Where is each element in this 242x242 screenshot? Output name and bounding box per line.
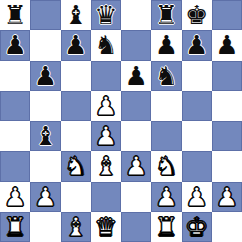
piece-white-bishop[interactable]: ♝: [94, 153, 117, 179]
square-a6[interactable]: [0, 61, 30, 91]
square-a7[interactable]: ♟: [0, 30, 30, 60]
square-h7[interactable]: ♟: [212, 30, 242, 60]
square-g2[interactable]: ♟: [182, 182, 212, 212]
square-f3[interactable]: ♞: [151, 151, 181, 181]
square-f8[interactable]: ♜: [151, 0, 181, 30]
piece-black-pawn[interactable]: ♟: [185, 32, 208, 58]
piece-white-pawn[interactable]: ♟: [34, 184, 57, 210]
square-e6[interactable]: ♟: [121, 61, 151, 91]
piece-white-rook[interactable]: ♜: [155, 214, 178, 240]
square-e2[interactable]: [121, 182, 151, 212]
piece-white-pawn[interactable]: ♟: [94, 123, 117, 149]
square-b5[interactable]: [30, 91, 60, 121]
square-d6[interactable]: [91, 61, 121, 91]
piece-black-pawn[interactable]: ♟: [215, 32, 238, 58]
piece-black-pawn[interactable]: ♟: [124, 63, 147, 89]
square-a8[interactable]: ♜: [0, 0, 30, 30]
piece-black-pawn[interactable]: ♟: [155, 32, 178, 58]
piece-white-pawn[interactable]: ♟: [155, 184, 178, 210]
square-c1[interactable]: ♝: [61, 212, 91, 242]
square-h6[interactable]: [212, 61, 242, 91]
piece-black-bishop[interactable]: ♝: [34, 123, 57, 149]
square-f2[interactable]: ♟: [151, 182, 181, 212]
square-a2[interactable]: ♟: [0, 182, 30, 212]
piece-white-knight[interactable]: ♞: [155, 153, 178, 179]
square-e8[interactable]: [121, 0, 151, 30]
square-e1[interactable]: [121, 212, 151, 242]
square-d1[interactable]: ♛: [91, 212, 121, 242]
square-d3[interactable]: ♝: [91, 151, 121, 181]
piece-white-rook[interactable]: ♜: [3, 214, 26, 240]
square-f6[interactable]: ♞: [151, 61, 181, 91]
square-g4[interactable]: [182, 121, 212, 151]
square-a4[interactable]: [0, 121, 30, 151]
square-h4[interactable]: [212, 121, 242, 151]
square-h1[interactable]: [212, 212, 242, 242]
square-e3[interactable]: ♟: [121, 151, 151, 181]
square-c8[interactable]: ♝: [61, 0, 91, 30]
square-g1[interactable]: ♚: [182, 212, 212, 242]
square-h3[interactable]: [212, 151, 242, 181]
square-f1[interactable]: ♜: [151, 212, 181, 242]
square-g6[interactable]: [182, 61, 212, 91]
piece-white-knight[interactable]: ♞: [64, 153, 87, 179]
square-c3[interactable]: ♞: [61, 151, 91, 181]
piece-black-knight[interactable]: ♞: [94, 32, 117, 58]
piece-white-king[interactable]: ♚: [185, 214, 208, 240]
square-d7[interactable]: ♞: [91, 30, 121, 60]
square-d8[interactable]: ♛: [91, 0, 121, 30]
square-d5[interactable]: ♟: [91, 91, 121, 121]
piece-white-pawn[interactable]: ♟: [3, 184, 26, 210]
square-c5[interactable]: [61, 91, 91, 121]
square-e5[interactable]: [121, 91, 151, 121]
piece-white-queen[interactable]: ♛: [94, 214, 117, 240]
piece-black-queen[interactable]: ♛: [94, 2, 117, 28]
square-b3[interactable]: [30, 151, 60, 181]
piece-black-pawn[interactable]: ♟: [64, 32, 87, 58]
square-g3[interactable]: [182, 151, 212, 181]
square-d4[interactable]: ♟: [91, 121, 121, 151]
square-a5[interactable]: [0, 91, 30, 121]
piece-white-pawn[interactable]: ♟: [94, 93, 117, 119]
square-g7[interactable]: ♟: [182, 30, 212, 60]
square-b2[interactable]: ♟: [30, 182, 60, 212]
square-b6[interactable]: ♟: [30, 61, 60, 91]
square-e7[interactable]: [121, 30, 151, 60]
piece-white-pawn[interactable]: ♟: [124, 153, 147, 179]
square-e4[interactable]: [121, 121, 151, 151]
piece-white-bishop[interactable]: ♝: [64, 214, 87, 240]
square-h8[interactable]: [212, 0, 242, 30]
square-a3[interactable]: [0, 151, 30, 181]
square-g8[interactable]: ♚: [182, 0, 212, 30]
square-c4[interactable]: [61, 121, 91, 151]
piece-black-pawn[interactable]: ♟: [3, 32, 26, 58]
square-f7[interactable]: ♟: [151, 30, 181, 60]
piece-white-pawn[interactable]: ♟: [215, 184, 238, 210]
square-h2[interactable]: ♟: [212, 182, 242, 212]
square-b1[interactable]: [30, 212, 60, 242]
piece-black-king[interactable]: ♚: [185, 2, 208, 28]
square-a1[interactable]: ♜: [0, 212, 30, 242]
piece-white-pawn[interactable]: ♟: [185, 184, 208, 210]
square-c6[interactable]: [61, 61, 91, 91]
square-g5[interactable]: [182, 91, 212, 121]
piece-black-rook[interactable]: ♜: [3, 2, 26, 28]
piece-black-knight[interactable]: ♞: [155, 63, 178, 89]
piece-black-pawn[interactable]: ♟: [34, 63, 57, 89]
square-c7[interactable]: ♟: [61, 30, 91, 60]
square-d2[interactable]: [91, 182, 121, 212]
square-b4[interactable]: ♝: [30, 121, 60, 151]
piece-black-rook[interactable]: ♜: [155, 2, 178, 28]
square-f4[interactable]: [151, 121, 181, 151]
square-b7[interactable]: [30, 30, 60, 60]
square-f5[interactable]: [151, 91, 181, 121]
chess-board: ♜♝♛♜♚♟♟♞♟♟♟♟♟♞♟♝♟♞♝♟♞♟♟♟♟♟♜♝♛♜♚: [0, 0, 242, 242]
square-c2[interactable]: [61, 182, 91, 212]
piece-black-bishop[interactable]: ♝: [64, 2, 87, 28]
square-b8[interactable]: [30, 0, 60, 30]
square-h5[interactable]: [212, 91, 242, 121]
